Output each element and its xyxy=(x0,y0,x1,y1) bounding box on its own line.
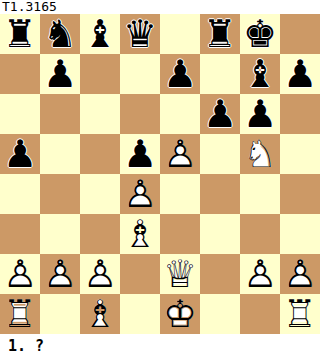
white-pawn-fill: ♟ xyxy=(0,254,40,294)
move-prompt: 1. ? xyxy=(0,334,320,360)
white-pawn: ♙ xyxy=(40,254,80,294)
square-g5[interactable]: ♞♘ xyxy=(240,134,280,174)
white-pawn-fill: ♟ xyxy=(160,134,200,174)
square-g1[interactable] xyxy=(240,294,280,334)
square-h2[interactable]: ♟♙ xyxy=(280,254,320,294)
white-pawn: ♙ xyxy=(280,254,320,294)
square-g7[interactable]: ♝ xyxy=(240,54,280,94)
black-pawn: ♟ xyxy=(160,54,200,94)
square-d7[interactable] xyxy=(120,54,160,94)
square-c6[interactable] xyxy=(80,94,120,134)
white-knight: ♘ xyxy=(240,134,280,174)
square-h6[interactable] xyxy=(280,94,320,134)
square-f5[interactable] xyxy=(200,134,240,174)
white-pawn-fill: ♟ xyxy=(120,174,160,214)
black-bishop: ♝ xyxy=(240,54,280,94)
white-rook: ♖ xyxy=(0,294,40,334)
white-rook-fill: ♜ xyxy=(280,294,320,334)
black-rook: ♜ xyxy=(200,14,240,54)
square-c1[interactable]: ♝♗ xyxy=(80,294,120,334)
white-king: ♔ xyxy=(160,294,200,334)
square-a6[interactable] xyxy=(0,94,40,134)
square-a1[interactable]: ♜♖ xyxy=(0,294,40,334)
square-a3[interactable] xyxy=(0,214,40,254)
square-b7[interactable]: ♟ xyxy=(40,54,80,94)
square-g3[interactable] xyxy=(240,214,280,254)
square-d1[interactable] xyxy=(120,294,160,334)
square-a4[interactable] xyxy=(0,174,40,214)
square-a8[interactable]: ♜ xyxy=(0,14,40,54)
black-pawn: ♟ xyxy=(120,134,160,174)
square-a7[interactable] xyxy=(0,54,40,94)
black-pawn: ♟ xyxy=(280,54,320,94)
square-e6[interactable] xyxy=(160,94,200,134)
black-bishop: ♝ xyxy=(80,14,120,54)
black-rook: ♜ xyxy=(0,14,40,54)
square-e8[interactable] xyxy=(160,14,200,54)
square-f6[interactable]: ♟ xyxy=(200,94,240,134)
square-b1[interactable] xyxy=(40,294,80,334)
square-f1[interactable] xyxy=(200,294,240,334)
white-pawn-fill: ♟ xyxy=(280,254,320,294)
square-d3[interactable]: ♝♗ xyxy=(120,214,160,254)
white-bishop: ♗ xyxy=(120,214,160,254)
white-pawn-fill: ♟ xyxy=(240,254,280,294)
white-bishop-fill: ♝ xyxy=(120,214,160,254)
white-pawn: ♙ xyxy=(160,134,200,174)
square-g8[interactable]: ♚ xyxy=(240,14,280,54)
black-queen: ♛ xyxy=(120,14,160,54)
square-f3[interactable] xyxy=(200,214,240,254)
square-g4[interactable] xyxy=(240,174,280,214)
black-pawn: ♟ xyxy=(240,94,280,134)
square-h4[interactable] xyxy=(280,174,320,214)
square-f7[interactable] xyxy=(200,54,240,94)
square-b4[interactable] xyxy=(40,174,80,214)
square-d2[interactable] xyxy=(120,254,160,294)
square-d8[interactable]: ♛ xyxy=(120,14,160,54)
chess-board: ♜♞♝♛♜♚♟♟♝♟♟♟♟♟♟♙♞♘♟♙♝♗♟♙♟♙♟♙♛♕♟♙♟♙♜♖♝♗♚♔… xyxy=(0,14,320,334)
white-pawn: ♙ xyxy=(120,174,160,214)
square-g2[interactable]: ♟♙ xyxy=(240,254,280,294)
square-e5[interactable]: ♟♙ xyxy=(160,134,200,174)
square-h5[interactable] xyxy=(280,134,320,174)
puzzle-id: T1.3165 xyxy=(0,0,320,14)
square-e2[interactable]: ♛♕ xyxy=(160,254,200,294)
white-queen-fill: ♛ xyxy=(160,254,200,294)
square-f8[interactable]: ♜ xyxy=(200,14,240,54)
black-knight: ♞ xyxy=(40,14,80,54)
square-c2[interactable]: ♟♙ xyxy=(80,254,120,294)
black-pawn: ♟ xyxy=(200,94,240,134)
white-bishop: ♗ xyxy=(80,294,120,334)
square-d6[interactable] xyxy=(120,94,160,134)
square-h8[interactable] xyxy=(280,14,320,54)
square-e7[interactable]: ♟ xyxy=(160,54,200,94)
square-e3[interactable] xyxy=(160,214,200,254)
white-pawn-fill: ♟ xyxy=(80,254,120,294)
square-b6[interactable] xyxy=(40,94,80,134)
white-queen: ♕ xyxy=(160,254,200,294)
white-pawn: ♙ xyxy=(0,254,40,294)
white-rook: ♖ xyxy=(280,294,320,334)
square-c4[interactable] xyxy=(80,174,120,214)
square-c7[interactable] xyxy=(80,54,120,94)
square-e4[interactable] xyxy=(160,174,200,214)
square-e1[interactable]: ♚♔ xyxy=(160,294,200,334)
square-b8[interactable]: ♞ xyxy=(40,14,80,54)
square-h3[interactable] xyxy=(280,214,320,254)
square-c5[interactable] xyxy=(80,134,120,174)
square-a5[interactable]: ♟ xyxy=(0,134,40,174)
square-b5[interactable] xyxy=(40,134,80,174)
white-rook-fill: ♜ xyxy=(0,294,40,334)
white-pawn: ♙ xyxy=(240,254,280,294)
black-king: ♚ xyxy=(240,14,280,54)
square-b2[interactable]: ♟♙ xyxy=(40,254,80,294)
white-bishop-fill: ♝ xyxy=(80,294,120,334)
square-f2[interactable] xyxy=(200,254,240,294)
square-d5[interactable]: ♟ xyxy=(120,134,160,174)
white-pawn: ♙ xyxy=(80,254,120,294)
black-pawn: ♟ xyxy=(40,54,80,94)
square-g6[interactable]: ♟ xyxy=(240,94,280,134)
white-knight-fill: ♞ xyxy=(240,134,280,174)
square-d4[interactable]: ♟♙ xyxy=(120,174,160,214)
square-c8[interactable]: ♝ xyxy=(80,14,120,54)
white-king-fill: ♚ xyxy=(160,294,200,334)
square-b3[interactable] xyxy=(40,214,80,254)
square-a2[interactable]: ♟♙ xyxy=(0,254,40,294)
square-f4[interactable] xyxy=(200,174,240,214)
black-pawn: ♟ xyxy=(0,134,40,174)
square-h1[interactable]: ♜♖ xyxy=(280,294,320,334)
square-c3[interactable] xyxy=(80,214,120,254)
square-h7[interactable]: ♟ xyxy=(280,54,320,94)
white-pawn-fill: ♟ xyxy=(40,254,80,294)
